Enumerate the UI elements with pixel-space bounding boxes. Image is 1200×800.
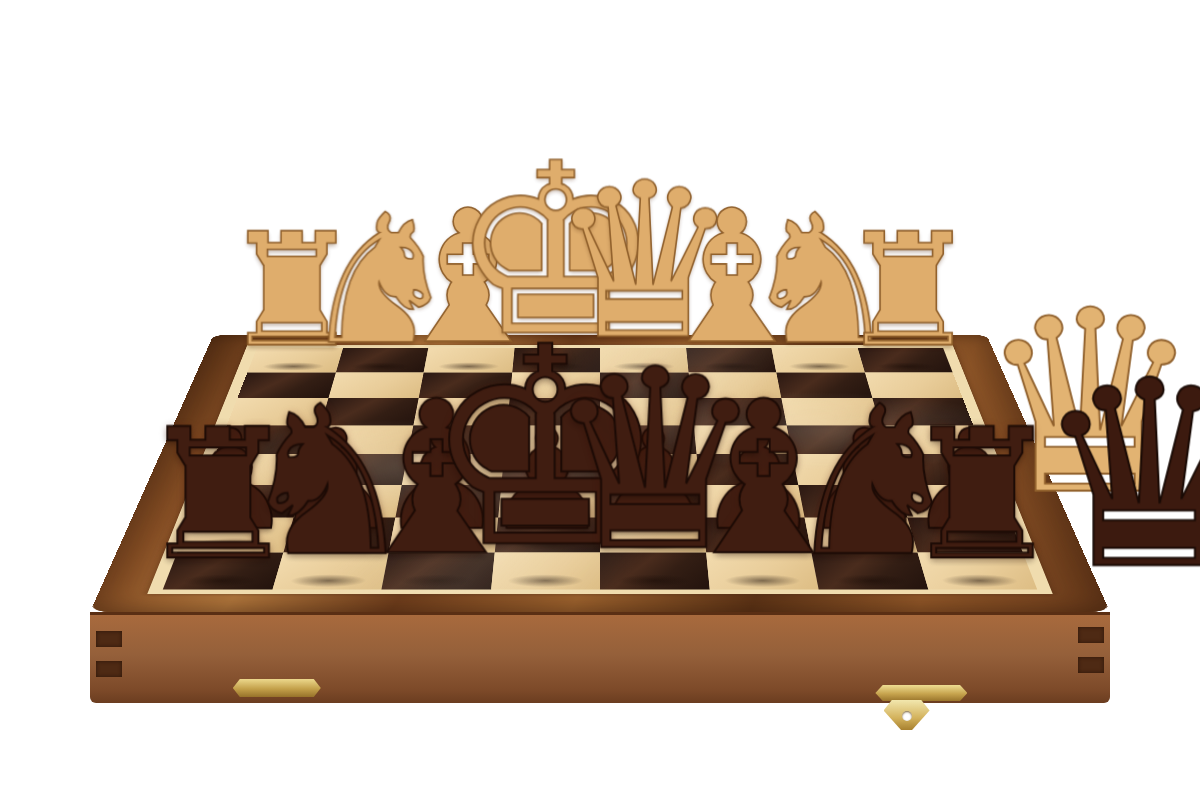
chess-set-scene: ♜♞♝♚♛♝♞♜♟♟♟♟♟♟♟♟♜♞♝♚♛♝♞♜ ♛ ♛ — [0, 0, 1200, 800]
brass-clasp-pendant[interactable] — [884, 700, 930, 730]
spare-black-queen[interactable]: ♛ — [1033, 346, 1200, 604]
box-front-face — [90, 612, 1110, 703]
piece-white-rook-a1[interactable]: ♜ — [838, 213, 978, 369]
finger-joint — [1078, 657, 1104, 673]
finger-joint — [1078, 627, 1104, 643]
pendant-hole — [902, 711, 912, 721]
chess-board-grid: ♜♞♝♚♛♝♞♜♟♟♟♟♟♟♟♟♜♞♝♚♛♝♞♜ — [163, 348, 1037, 589]
square-a8[interactable]: ♜ — [917, 552, 1037, 589]
chess-board-box-top: ♜♞♝♚♛♝♞♜♟♟♟♟♟♟♟♟♜♞♝♚♛♝♞♜ ♛ ♛ — [90, 335, 1110, 612]
finger-joint — [96, 631, 122, 647]
brass-latch[interactable] — [233, 679, 321, 697]
maple-border: ♜♞♝♚♛♝♞♜♟♟♟♟♟♟♟♟♜♞♝♚♛♝♞♜ — [147, 345, 1053, 594]
finger-joint — [96, 661, 122, 677]
brass-clasp[interactable] — [875, 685, 967, 701]
